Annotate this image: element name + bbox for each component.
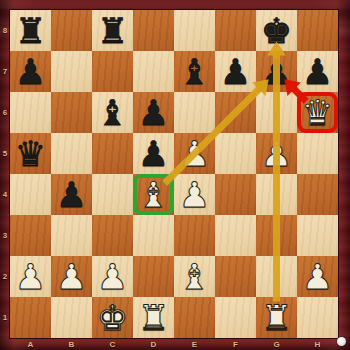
square-b1[interactable]	[51, 297, 92, 338]
white-pawn-b2[interactable]: ♟	[51, 256, 92, 297]
rank-label-5: 5	[0, 149, 10, 158]
square-g6[interactable]	[256, 92, 297, 133]
rank-label-7: 7	[0, 67, 10, 76]
square-a7[interactable]: ♟	[10, 51, 51, 92]
square-d5[interactable]: ♟	[133, 133, 174, 174]
square-c8[interactable]: ♜	[92, 10, 133, 51]
black-pawn-d5[interactable]: ♟	[133, 133, 174, 174]
square-a3[interactable]	[10, 215, 51, 256]
file-label-E: E	[174, 338, 215, 350]
square-g5[interactable]: ♟	[256, 133, 297, 174]
file-label-B: B	[51, 338, 92, 350]
white-rook-d1[interactable]: ♜	[133, 297, 174, 338]
file-label-F: F	[215, 338, 256, 350]
black-bishop-c6[interactable]: ♝	[92, 92, 133, 133]
square-e5[interactable]: ♟	[174, 133, 215, 174]
square-c1[interactable]: ♚	[92, 297, 133, 338]
square-h3[interactable]	[297, 215, 338, 256]
square-a1[interactable]	[10, 297, 51, 338]
square-d3[interactable]	[133, 215, 174, 256]
white-pawn-c2[interactable]: ♟	[92, 256, 133, 297]
square-c3[interactable]	[92, 215, 133, 256]
square-h6[interactable]: ♛	[297, 92, 338, 133]
rank-label-4: 4	[0, 190, 10, 199]
square-c2[interactable]: ♟	[92, 256, 133, 297]
square-c4[interactable]	[92, 174, 133, 215]
square-e8[interactable]	[174, 10, 215, 51]
white-queen-h6[interactable]: ♛	[297, 92, 338, 133]
square-d7[interactable]	[133, 51, 174, 92]
square-e4[interactable]: ♟	[174, 174, 215, 215]
black-queen-a5[interactable]: ♛	[10, 133, 51, 174]
black-pawn-b4[interactable]: ♟	[51, 174, 92, 215]
white-pawn-e4[interactable]: ♟	[174, 174, 215, 215]
black-pawn-h7[interactable]: ♟	[297, 51, 338, 92]
square-g4[interactable]	[256, 174, 297, 215]
chess-board: ♜♜♚♟♝♟♟♟♝♟♛♛♟♟♟♟♝♟♟♟♟♝♟♚♜♜	[10, 10, 338, 338]
square-a2[interactable]: ♟	[10, 256, 51, 297]
square-g7[interactable]: ♟	[256, 51, 297, 92]
file-label-H: H	[297, 338, 338, 350]
white-pawn-h2[interactable]: ♟	[297, 256, 338, 297]
square-d1[interactable]: ♜	[133, 297, 174, 338]
square-h8[interactable]	[297, 10, 338, 51]
square-b4[interactable]: ♟	[51, 174, 92, 215]
square-f5[interactable]	[215, 133, 256, 174]
black-pawn-g7[interactable]: ♟	[256, 51, 297, 92]
square-e6[interactable]	[174, 92, 215, 133]
rank-label-3: 3	[0, 231, 10, 240]
corner-dot	[337, 337, 346, 346]
black-rook-c8[interactable]: ♜	[92, 10, 133, 51]
square-e7[interactable]: ♝	[174, 51, 215, 92]
square-f2[interactable]	[215, 256, 256, 297]
square-h7[interactable]: ♟	[297, 51, 338, 92]
square-a8[interactable]: ♜	[10, 10, 51, 51]
rank-label-8: 8	[0, 26, 10, 35]
rank-label-2: 2	[0, 272, 10, 281]
black-rook-a8[interactable]: ♜	[10, 10, 51, 51]
file-label-A: A	[10, 338, 51, 350]
file-label-C: C	[92, 338, 133, 350]
square-g1[interactable]: ♜	[256, 297, 297, 338]
white-bishop-d4[interactable]: ♝	[133, 174, 174, 215]
square-f6[interactable]	[215, 92, 256, 133]
square-b6[interactable]	[51, 92, 92, 133]
black-pawn-d6[interactable]: ♟	[133, 92, 174, 133]
rank-label-1: 1	[0, 313, 10, 322]
square-f4[interactable]	[215, 174, 256, 215]
white-pawn-a2[interactable]: ♟	[10, 256, 51, 297]
file-label-D: D	[133, 338, 174, 350]
square-e1[interactable]	[174, 297, 215, 338]
square-e2[interactable]: ♝	[174, 256, 215, 297]
white-king-c1[interactable]: ♚	[92, 297, 133, 338]
square-d4[interactable]: ♝	[133, 174, 174, 215]
square-c5[interactable]	[92, 133, 133, 174]
black-pawn-f7[interactable]: ♟	[215, 51, 256, 92]
square-g3[interactable]	[256, 215, 297, 256]
rank-label-6: 6	[0, 108, 10, 117]
square-h5[interactable]	[297, 133, 338, 174]
square-b2[interactable]: ♟	[51, 256, 92, 297]
square-f1[interactable]	[215, 297, 256, 338]
square-h4[interactable]	[297, 174, 338, 215]
square-b7[interactable]	[51, 51, 92, 92]
white-bishop-e2[interactable]: ♝	[174, 256, 215, 297]
square-g8[interactable]: ♚	[256, 10, 297, 51]
square-a5[interactable]: ♛	[10, 133, 51, 174]
white-pawn-e5[interactable]: ♟	[174, 133, 215, 174]
square-h2[interactable]: ♟	[297, 256, 338, 297]
black-pawn-a7[interactable]: ♟	[10, 51, 51, 92]
square-a6[interactable]	[10, 92, 51, 133]
white-pawn-g5[interactable]: ♟	[256, 133, 297, 174]
square-f8[interactable]	[215, 10, 256, 51]
square-b8[interactable]	[51, 10, 92, 51]
square-f7[interactable]: ♟	[215, 51, 256, 92]
square-b3[interactable]	[51, 215, 92, 256]
square-c7[interactable]	[92, 51, 133, 92]
square-d6[interactable]: ♟	[133, 92, 174, 133]
file-label-G: G	[256, 338, 297, 350]
square-d8[interactable]	[133, 10, 174, 51]
square-d2[interactable]	[133, 256, 174, 297]
square-h1[interactable]	[297, 297, 338, 338]
square-a4[interactable]	[10, 174, 51, 215]
square-f3[interactable]	[215, 215, 256, 256]
black-king-g8[interactable]: ♚	[256, 10, 297, 51]
square-b5[interactable]	[51, 133, 92, 174]
white-rook-g1[interactable]: ♜	[256, 297, 297, 338]
square-c6[interactable]: ♝	[92, 92, 133, 133]
black-bishop-e7[interactable]: ♝	[174, 51, 215, 92]
chess-board-window: ♜♜♚♟♝♟♟♟♝♟♛♛♟♟♟♟♝♟♟♟♟♝♟♚♜♜ 87654321ABCDE…	[0, 0, 350, 350]
square-e3[interactable]	[174, 215, 215, 256]
square-g2[interactable]	[256, 256, 297, 297]
